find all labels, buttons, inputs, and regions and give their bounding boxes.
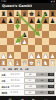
draw-segment: 44 (35, 79, 48, 82)
black-pawn-d5[interactable]: ♟ (21, 31, 28, 38)
square-h3[interactable] (49, 45, 56, 52)
white-pawn-h2[interactable]: ♟ (49, 52, 56, 59)
black-pawn-e7[interactable]: ♟ (28, 17, 35, 24)
square-a1[interactable]: ♜ (0, 59, 7, 66)
square-c6[interactable] (14, 24, 21, 31)
square-d8[interactable]: ♛ (21, 10, 28, 17)
square-a2[interactable]: ♟ (0, 52, 7, 59)
square-d2[interactable] (21, 52, 28, 59)
overflow-menu-icon[interactable]: ⋮ (50, 3, 54, 10)
win-rate-bar: 384319 (24, 72, 56, 77)
win-rate-bar: 374419 (24, 78, 56, 83)
square-d4[interactable]: ♟ (21, 38, 28, 45)
black-win-segment: 19 (48, 85, 54, 88)
more-button[interactable]: ⋯ (44, 96, 48, 100)
square-g3[interactable] (42, 45, 49, 52)
square-h4[interactable] (49, 38, 56, 45)
square-g2[interactable]: ♟ (42, 52, 49, 59)
square-c7[interactable]: ♟ (14, 17, 21, 24)
app-bar: Queen's Gambit ⋮ (0, 3, 56, 10)
square-b3[interactable] (7, 45, 14, 52)
square-c3[interactable] (14, 45, 21, 52)
white-knight-b1[interactable]: ♞ (7, 59, 14, 66)
draw-segment: 45 (35, 91, 48, 94)
square-a7[interactable]: ♟ (0, 17, 7, 24)
square-f3[interactable] (35, 45, 42, 52)
square-f6[interactable] (35, 24, 42, 31)
square-h7[interactable]: ♟ (49, 17, 56, 24)
black-bishop-f8[interactable]: ♝ (35, 10, 42, 17)
square-e6[interactable] (28, 24, 35, 31)
black-pawn-g7[interactable]: ♟ (42, 17, 49, 24)
chess-board: ♜♞♝♛♚♝♞♜♟♟♟♟♟♟♟♟♟♟♟♟♟♟♟♟♜♞♝♛♚♝♞♜ (0, 10, 56, 66)
square-d5[interactable]: ♟ (21, 31, 28, 38)
square-h1[interactable]: ♜ (49, 59, 56, 66)
square-e1[interactable]: ♚ (28, 59, 35, 66)
black-win-segment: 19 (48, 79, 54, 82)
white-pawn-g2[interactable]: ♟ (42, 52, 49, 59)
square-a8[interactable]: ♜ (0, 10, 7, 17)
square-g1[interactable]: ♞ (42, 59, 49, 66)
square-b5[interactable] (7, 31, 14, 38)
bottom-toolbar: ☰◀▶⋯ (0, 96, 56, 100)
black-king-e8[interactable]: ♚ (28, 10, 35, 17)
square-e8[interactable]: ♚ (28, 10, 35, 17)
square-a6[interactable] (0, 24, 7, 31)
square-b6[interactable] (7, 24, 14, 31)
app-window: 2:30 ◢ ▮ Queen's Gambit ⋮ ♜♞♝♛♚♝♞♜♟♟♟♟♟♟… (0, 0, 56, 100)
square-c2[interactable] (14, 52, 21, 59)
square-c5[interactable] (14, 31, 21, 38)
square-c8[interactable]: ♝ (14, 10, 21, 17)
black-pawn-h7[interactable]: ♟ (49, 17, 56, 24)
square-a4[interactable] (0, 38, 7, 45)
black-rook-h8[interactable]: ♜ (49, 10, 56, 17)
square-f5[interactable] (35, 31, 42, 38)
square-b4[interactable] (7, 38, 14, 45)
white-pawn-d4[interactable]: ♟ (21, 38, 28, 45)
square-e7[interactable]: ♟ (28, 17, 35, 24)
black-rook-a8[interactable]: ♜ (0, 10, 7, 17)
white-pawn-e2[interactable]: ♟ (28, 52, 35, 59)
white-win-segment: 38 (25, 73, 36, 76)
square-b7[interactable]: ♟ (7, 17, 14, 24)
square-g4[interactable] (42, 38, 49, 45)
square-g7[interactable]: ♟ (42, 17, 49, 24)
square-e2[interactable]: ♟ (28, 52, 35, 59)
black-queen-d8[interactable]: ♛ (21, 10, 28, 17)
square-b1[interactable]: ♞ (7, 59, 14, 66)
black-win-segment: 19 (48, 73, 54, 76)
page-title: Queen's Gambit (2, 3, 32, 10)
board-grid: ♜♞♝♛♚♝♞♜♟♟♟♟♟♟♟♟♟♟♟♟♟♟♟♟♜♞♝♛♚♝♞♜ (0, 10, 56, 66)
square-d3[interactable] (21, 45, 28, 52)
square-g8[interactable]: ♞ (42, 10, 49, 17)
square-e5[interactable] (28, 31, 35, 38)
square-d6[interactable] (21, 24, 28, 31)
explorer-games-count: 45,618 (11, 79, 24, 82)
draw-segment: 43 (36, 73, 49, 76)
white-win-segment: 36 (25, 91, 36, 94)
explorer-move: Nf6 (0, 91, 11, 95)
menu-button[interactable]: ☰ (8, 96, 11, 100)
black-pawn-f7[interactable]: ♟ (35, 17, 42, 24)
square-b2[interactable]: ♟ (7, 52, 14, 59)
explorer-games-count: 20,406 (11, 85, 24, 88)
white-bishop-f1[interactable]: ♝ (35, 59, 42, 66)
square-f7[interactable]: ♟ (35, 17, 42, 24)
square-h6[interactable] (49, 24, 56, 31)
square-c4[interactable]: ♟ (14, 38, 21, 45)
white-pawn-c4[interactable]: ♟ (14, 38, 21, 45)
square-g5[interactable] (42, 31, 49, 38)
square-h5[interactable] (49, 31, 56, 38)
square-f8[interactable]: ♝ (35, 10, 42, 17)
explorer-games-count: 63,271 (11, 73, 24, 76)
white-rook-h1[interactable]: ♜ (49, 59, 56, 66)
square-f4[interactable] (35, 38, 42, 45)
square-b8[interactable]: ♞ (7, 10, 14, 17)
white-rook-a1[interactable]: ♜ (0, 59, 7, 66)
white-king-e1[interactable]: ♚ (28, 59, 35, 66)
square-e4[interactable] (28, 38, 35, 45)
square-h8[interactable]: ♜ (49, 10, 56, 17)
white-queen-d1[interactable]: ♛ (21, 59, 28, 66)
white-bishop-c1[interactable]: ♝ (14, 59, 21, 66)
opening-explorer: e663,271384319c645,618374419dxc420,40640… (0, 72, 56, 96)
square-a3[interactable] (0, 45, 7, 52)
forward-button[interactable]: ▶ (32, 96, 35, 100)
black-pawn-a7[interactable]: ♟ (0, 17, 7, 24)
win-rate-bar: 404119 (24, 84, 56, 89)
back-button[interactable]: ◀ (21, 96, 24, 100)
explorer-move: c6 (0, 79, 11, 83)
square-d1[interactable]: ♛ (21, 59, 28, 66)
white-win-segment: 37 (25, 79, 36, 82)
white-knight-g1[interactable]: ♞ (42, 59, 49, 66)
black-win-segment: 19 (48, 91, 54, 94)
explorer-games-count: 6,124 (11, 91, 24, 94)
square-f1[interactable]: ♝ (35, 59, 42, 66)
square-c1[interactable]: ♝ (14, 59, 21, 66)
white-pawn-a2[interactable]: ♟ (0, 52, 7, 59)
explorer-move: dxc4 (0, 85, 11, 89)
square-g6[interactable] (42, 24, 49, 31)
win-rate-bar: 364519 (24, 90, 56, 95)
white-pawn-b2[interactable]: ♟ (7, 52, 14, 59)
square-d7[interactable] (21, 17, 28, 24)
black-bishop-c8[interactable]: ♝ (14, 10, 21, 17)
draw-segment: 41 (36, 85, 48, 88)
square-e3[interactable] (28, 45, 35, 52)
explorer-move: e6 (0, 73, 11, 77)
white-pawn-f2[interactable]: ♟ (35, 52, 42, 59)
square-h2[interactable]: ♟ (49, 52, 56, 59)
black-pawn-c7[interactable]: ♟ (14, 17, 21, 24)
black-knight-g8[interactable]: ♞ (42, 10, 49, 17)
black-pawn-b7[interactable]: ♟ (7, 17, 14, 24)
black-knight-b8[interactable]: ♞ (7, 10, 14, 17)
square-a5[interactable] (0, 31, 7, 38)
white-win-segment: 40 (25, 85, 37, 88)
square-f2[interactable]: ♟ (35, 52, 42, 59)
